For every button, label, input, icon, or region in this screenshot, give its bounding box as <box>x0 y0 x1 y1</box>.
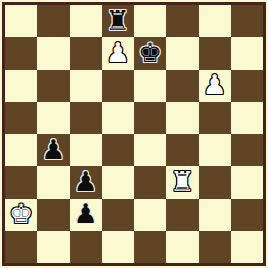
square-c8[interactable] <box>70 5 102 37</box>
square-c4[interactable] <box>70 134 102 166</box>
white-pawn[interactable]: ♟ <box>203 71 227 98</box>
white-rook[interactable]: ♜ <box>170 168 194 195</box>
square-h7[interactable] <box>231 37 263 69</box>
square-e4[interactable] <box>134 134 166 166</box>
square-h2[interactable] <box>231 199 263 231</box>
square-a3[interactable] <box>5 166 37 198</box>
square-g7[interactable] <box>199 37 231 69</box>
square-d4[interactable] <box>102 134 134 166</box>
square-b4[interactable]: ♟ <box>37 134 69 166</box>
square-d5[interactable] <box>102 102 134 134</box>
square-g3[interactable] <box>199 166 231 198</box>
square-h5[interactable] <box>231 102 263 134</box>
square-a2[interactable]: ♚ <box>5 199 37 231</box>
white-king[interactable]: ♚ <box>9 200 33 227</box>
square-d1[interactable] <box>102 231 134 263</box>
black-pawn[interactable]: ♟ <box>74 200 98 227</box>
square-f6[interactable] <box>166 70 198 102</box>
square-c2[interactable]: ♟ <box>70 199 102 231</box>
square-b2[interactable] <box>37 199 69 231</box>
square-b8[interactable] <box>37 5 69 37</box>
square-e6[interactable] <box>134 70 166 102</box>
black-rook[interactable]: ♜ <box>106 7 130 34</box>
square-a4[interactable] <box>5 134 37 166</box>
square-b7[interactable] <box>37 37 69 69</box>
square-c6[interactable] <box>70 70 102 102</box>
square-e8[interactable] <box>134 5 166 37</box>
square-f4[interactable] <box>166 134 198 166</box>
square-a5[interactable] <box>5 102 37 134</box>
square-c1[interactable] <box>70 231 102 263</box>
square-g4[interactable] <box>199 134 231 166</box>
square-b3[interactable] <box>37 166 69 198</box>
black-pawn[interactable]: ♟ <box>41 136 65 163</box>
square-c5[interactable] <box>70 102 102 134</box>
square-e2[interactable] <box>134 199 166 231</box>
square-h1[interactable] <box>231 231 263 263</box>
square-d6[interactable] <box>102 70 134 102</box>
square-a1[interactable] <box>5 231 37 263</box>
square-g2[interactable] <box>199 199 231 231</box>
square-d3[interactable] <box>102 166 134 198</box>
square-f5[interactable] <box>166 102 198 134</box>
square-f8[interactable] <box>166 5 198 37</box>
square-h4[interactable] <box>231 134 263 166</box>
square-c3[interactable]: ♟ <box>70 166 102 198</box>
square-b5[interactable] <box>37 102 69 134</box>
square-f7[interactable] <box>166 37 198 69</box>
black-king[interactable]: ♚ <box>138 39 162 66</box>
square-g6[interactable]: ♟ <box>199 70 231 102</box>
square-b1[interactable] <box>37 231 69 263</box>
square-e5[interactable] <box>134 102 166 134</box>
square-e1[interactable] <box>134 231 166 263</box>
square-h8[interactable] <box>231 5 263 37</box>
black-pawn[interactable]: ♟ <box>74 168 98 195</box>
square-e3[interactable] <box>134 166 166 198</box>
square-c7[interactable] <box>70 37 102 69</box>
square-g5[interactable] <box>199 102 231 134</box>
board-frame: ♜♟♚♟♟♟♜♚♟ <box>0 0 268 268</box>
chess-board: ♜♟♚♟♟♟♜♚♟ <box>2 2 266 266</box>
square-d8[interactable]: ♜ <box>102 5 134 37</box>
square-g8[interactable] <box>199 5 231 37</box>
square-a6[interactable] <box>5 70 37 102</box>
square-h6[interactable] <box>231 70 263 102</box>
square-g1[interactable] <box>199 231 231 263</box>
square-f1[interactable] <box>166 231 198 263</box>
square-b6[interactable] <box>37 70 69 102</box>
square-e7[interactable]: ♚ <box>134 37 166 69</box>
white-pawn[interactable]: ♟ <box>106 39 130 66</box>
square-a7[interactable] <box>5 37 37 69</box>
square-a8[interactable] <box>5 5 37 37</box>
square-f3[interactable]: ♜ <box>166 166 198 198</box>
square-h3[interactable] <box>231 166 263 198</box>
square-d7[interactable]: ♟ <box>102 37 134 69</box>
square-f2[interactable] <box>166 199 198 231</box>
square-d2[interactable] <box>102 199 134 231</box>
